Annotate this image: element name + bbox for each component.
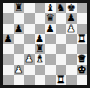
square-b1[interactable] (14, 75, 25, 85)
black-pawn: ♟ (14, 24, 23, 34)
square-f6[interactable] (56, 24, 67, 34)
square-h7[interactable] (77, 13, 88, 23)
square-d7[interactable] (35, 13, 46, 23)
white-pawn: ♟ (67, 24, 76, 34)
white-pawn: ♟ (25, 54, 34, 64)
square-h6[interactable] (77, 24, 88, 34)
square-b6[interactable]: ♟ (14, 24, 25, 34)
square-c5[interactable] (24, 34, 35, 44)
square-d4[interactable]: ♜ (35, 44, 46, 54)
square-h5[interactable]: ♜ (77, 34, 88, 44)
square-a3[interactable] (3, 54, 14, 64)
square-b2[interactable]: ♟ (14, 65, 25, 75)
black-knight: ♞ (56, 3, 65, 13)
square-d2[interactable] (35, 65, 46, 75)
square-c8[interactable] (24, 3, 35, 13)
white-bishop: ♝ (35, 54, 44, 64)
square-a6[interactable] (3, 24, 14, 34)
square-b3[interactable] (14, 54, 25, 64)
square-e1[interactable] (45, 75, 56, 85)
square-g1[interactable] (66, 75, 77, 85)
black-bishop: ♝ (46, 3, 55, 13)
square-e2[interactable] (45, 65, 56, 75)
white-rook: ♜ (56, 75, 65, 85)
square-e8[interactable]: ♝ (45, 3, 56, 13)
board-frame: ♜♝♞♚♛♟♟♟♟♟♟♜♜♟♝♛♟♚♜ (0, 0, 90, 88)
square-f2[interactable] (56, 65, 67, 75)
square-e4[interactable] (45, 44, 56, 54)
square-h8[interactable] (77, 3, 88, 13)
square-a8[interactable] (3, 3, 14, 13)
square-e3[interactable] (45, 54, 56, 64)
square-a2[interactable] (3, 65, 14, 75)
square-f7[interactable] (56, 13, 67, 23)
square-f1[interactable]: ♜ (56, 75, 67, 85)
square-g8[interactable]: ♚ (66, 3, 77, 13)
square-d5[interactable]: ♟ (35, 34, 46, 44)
black-pawn: ♟ (4, 34, 13, 44)
square-b5[interactable] (14, 34, 25, 44)
square-c1[interactable] (24, 75, 35, 85)
square-e6[interactable]: ♟ (45, 24, 56, 34)
square-d6[interactable] (35, 24, 46, 34)
square-h3[interactable]: ♛ (77, 54, 88, 64)
square-a1[interactable] (3, 75, 14, 85)
black-king: ♚ (67, 3, 76, 13)
square-g2[interactable] (66, 65, 77, 75)
square-e5[interactable] (45, 34, 56, 44)
square-b8[interactable]: ♜ (14, 3, 25, 13)
square-h4[interactable] (77, 44, 88, 54)
square-d1[interactable] (35, 75, 46, 85)
square-a7[interactable] (3, 13, 14, 23)
square-h1[interactable] (77, 75, 88, 85)
square-a5[interactable]: ♟ (3, 34, 14, 44)
square-f8[interactable]: ♞ (56, 3, 67, 13)
square-f5[interactable] (56, 34, 67, 44)
square-c3[interactable]: ♟ (24, 54, 35, 64)
black-pawn: ♟ (35, 34, 44, 44)
square-e7[interactable]: ♛ (45, 13, 56, 23)
white-rook: ♜ (77, 34, 86, 44)
chess-board: ♜♝♞♚♛♟♟♟♟♟♟♜♜♟♝♛♟♚♜ (3, 3, 87, 85)
square-f3[interactable] (56, 54, 67, 64)
black-pawn: ♟ (46, 24, 55, 34)
square-a4[interactable] (3, 44, 14, 54)
square-g6[interactable]: ♟ (66, 24, 77, 34)
square-g5[interactable] (66, 34, 77, 44)
square-c4[interactable] (24, 44, 35, 54)
square-g7[interactable]: ♟ (66, 13, 77, 23)
square-b7[interactable] (14, 13, 25, 23)
white-pawn: ♟ (14, 65, 23, 75)
square-d3[interactable]: ♝ (35, 54, 46, 64)
black-rook: ♜ (14, 3, 23, 13)
square-c7[interactable] (24, 13, 35, 23)
white-queen: ♛ (77, 54, 86, 64)
black-queen: ♛ (46, 13, 55, 23)
square-c2[interactable] (24, 65, 35, 75)
square-b4[interactable] (14, 44, 25, 54)
square-g3[interactable] (66, 54, 77, 64)
square-d8[interactable] (35, 3, 46, 13)
square-h2[interactable]: ♚ (77, 65, 88, 75)
black-pawn: ♟ (67, 13, 76, 23)
square-f4[interactable] (56, 44, 67, 54)
white-king: ♚ (77, 65, 86, 75)
chess-diagram: ♜♝♞♚♛♟♟♟♟♟♟♜♜♟♝♛♟♚♜ (0, 0, 90, 88)
black-rook: ♜ (35, 44, 44, 54)
square-c6[interactable] (24, 24, 35, 34)
square-g4[interactable] (66, 44, 77, 54)
